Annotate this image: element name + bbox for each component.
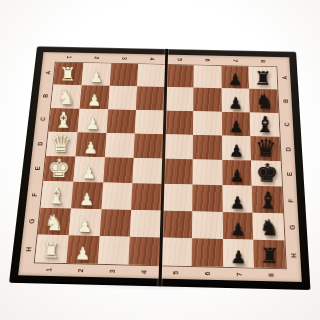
square-d6[interactable] (192, 135, 221, 160)
rank-label-top-3: 3 (118, 47, 131, 70)
square-f6[interactable] (192, 185, 222, 212)
piece-black-pawn-h7[interactable]: ♟ (231, 249, 247, 267)
square-c5[interactable] (164, 110, 193, 134)
square-b7[interactable]: ♟ (221, 88, 250, 112)
square-b4[interactable] (136, 87, 165, 111)
rank-label-top-7: 7 (229, 50, 241, 73)
piece-white-pawn-f2[interactable]: ♟ (79, 191, 94, 208)
piece-white-rook-h1[interactable]: ♜ (41, 240, 61, 262)
square-e8[interactable]: ♚ (251, 161, 282, 187)
square-h6[interactable] (191, 238, 222, 267)
piece-black-pawn-c7[interactable]: ♟ (229, 119, 244, 135)
square-h5[interactable] (160, 237, 192, 266)
piece-black-bishop-c8[interactable]: ♝ (255, 114, 275, 136)
rank-label-top-2: 2 (90, 47, 103, 70)
file-label-left-b: B (30, 90, 59, 101)
square-b5[interactable] (165, 87, 194, 111)
square-g6[interactable] (192, 211, 223, 239)
piece-white-pawn-g2[interactable]: ♟ (76, 218, 92, 235)
piece-white-bishop-c1[interactable]: ♝ (53, 109, 73, 131)
piece-white-queen-d1[interactable]: ♛ (50, 132, 72, 156)
square-f7[interactable]: ♟ (222, 185, 253, 212)
square-e5[interactable] (162, 159, 192, 185)
board-inner-border: 12345678 12345678 ABCDEFGH ABCDEFGH ♜♟♟♜… (18, 52, 302, 282)
piece-white-bishop-f1[interactable]: ♝ (46, 184, 67, 207)
chess-board: 12345678 12345678 ABCDEFGH ABCDEFGH ♜♟♟♜… (9, 46, 310, 290)
piece-black-pawn-a7[interactable]: ♟ (228, 72, 242, 88)
square-g4[interactable] (130, 209, 162, 237)
square-c7[interactable]: ♟ (221, 111, 250, 135)
piece-black-pawn-d7[interactable]: ♟ (229, 143, 244, 160)
piece-white-king-e1[interactable]: ♚ (47, 156, 70, 182)
square-f2[interactable]: ♟ (71, 182, 103, 209)
piece-black-pawn-f7[interactable]: ♟ (230, 194, 245, 211)
square-f1[interactable]: ♝ (41, 181, 73, 208)
square-e3[interactable] (103, 157, 134, 183)
piece-white-knight-g1[interactable]: ♞ (43, 212, 63, 234)
rank-label-top-4: 4 (146, 48, 158, 71)
piece-black-queen-d8[interactable]: ♛ (255, 136, 277, 160)
square-h7[interactable]: ♟ (223, 239, 255, 268)
square-g8[interactable]: ♞ (253, 212, 285, 240)
piece-black-rook-h8[interactable]: ♜ (260, 246, 280, 268)
square-d5[interactable] (163, 134, 193, 159)
piece-white-pawn-h2[interactable]: ♟ (74, 245, 90, 263)
square-d7[interactable]: ♟ (222, 135, 252, 160)
file-label-right-d: D (273, 143, 303, 155)
square-d2[interactable]: ♟ (75, 132, 106, 157)
rank-label-bottom-3: 3 (105, 257, 120, 287)
square-g3[interactable] (99, 209, 131, 237)
square-g2[interactable]: ♟ (69, 208, 102, 236)
square-g7[interactable]: ♟ (222, 212, 253, 240)
square-b2[interactable]: ♟ (79, 85, 109, 109)
file-label-left-a: A (33, 67, 62, 78)
square-g1[interactable]: ♞ (38, 207, 71, 235)
square-c1[interactable]: ♝ (49, 108, 80, 132)
file-label-right-b: B (271, 95, 300, 106)
square-e6[interactable] (192, 159, 222, 185)
piece-white-rook-a1[interactable]: ♜ (59, 65, 77, 84)
square-c4[interactable] (135, 110, 165, 134)
square-f5[interactable] (162, 184, 193, 211)
square-c3[interactable] (106, 109, 136, 133)
square-h2[interactable]: ♟ (66, 235, 99, 264)
piece-white-pawn-e2[interactable]: ♟ (81, 165, 96, 182)
piece-black-pawn-b7[interactable]: ♟ (229, 95, 243, 111)
rank-label-top-6: 6 (202, 49, 214, 72)
square-h1[interactable]: ♜ (35, 234, 69, 263)
square-b6[interactable] (193, 88, 221, 112)
piece-white-pawn-c2[interactable]: ♟ (85, 116, 100, 132)
piece-black-bishop-f8[interactable]: ♝ (258, 189, 279, 212)
piece-black-pawn-e7[interactable]: ♟ (230, 168, 245, 185)
square-f3[interactable] (101, 183, 133, 210)
piece-white-pawn-d2[interactable]: ♟ (83, 140, 98, 157)
file-label-right-c: C (272, 119, 301, 131)
piece-black-rook-a8[interactable]: ♜ (255, 69, 273, 88)
file-label-right-a: A (270, 72, 298, 83)
square-h3[interactable] (97, 236, 130, 265)
square-g5[interactable] (161, 210, 192, 238)
piece-black-king-e8[interactable]: ♚ (255, 160, 278, 186)
square-e1[interactable]: ♚ (43, 156, 75, 182)
square-e4[interactable] (133, 158, 164, 184)
square-c6[interactable] (193, 111, 222, 135)
piece-white-pawn-a2[interactable]: ♟ (88, 70, 102, 86)
piece-black-pawn-g7[interactable]: ♟ (230, 221, 246, 238)
square-b3[interactable] (108, 86, 137, 110)
square-c2[interactable]: ♟ (77, 108, 107, 132)
rank-label-top-5: 5 (174, 48, 186, 71)
piece-black-knight-b8[interactable]: ♞ (255, 91, 274, 112)
piece-white-pawn-b2[interactable]: ♟ (87, 92, 101, 108)
board-frame: 12345678 12345678 ABCDEFGH ABCDEFGH ♜♟♟♜… (9, 46, 310, 290)
piece-white-knight-b1[interactable]: ♞ (56, 87, 75, 108)
square-e7[interactable]: ♟ (222, 160, 252, 186)
square-d4[interactable] (134, 133, 164, 158)
square-f4[interactable] (131, 183, 162, 210)
square-d3[interactable] (105, 133, 135, 158)
square-e2[interactable]: ♟ (73, 157, 104, 183)
piece-black-knight-g8[interactable]: ♞ (259, 217, 279, 240)
product-photo-scene: 12345678 12345678 ABCDEFGH ABCDEFGH ♜♟♟♜… (0, 0, 320, 320)
